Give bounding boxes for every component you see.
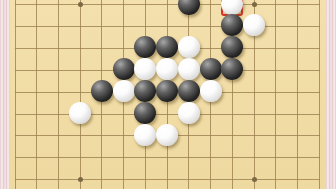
grid-vline: [275, 0, 276, 189]
grid-vline: [58, 0, 59, 189]
white-stone: [113, 80, 135, 102]
white-stone: [178, 102, 200, 124]
grid-hline: [15, 157, 320, 158]
grid-vline: [36, 0, 37, 189]
white-stone: [69, 102, 91, 124]
star-point: [78, 177, 83, 182]
grid-vline: [319, 0, 320, 189]
black-stone: [178, 80, 200, 102]
white-stone: [243, 14, 265, 36]
white-stone: [178, 58, 200, 80]
black-stone: [156, 80, 178, 102]
black-stone: [91, 80, 113, 102]
black-stone: [113, 58, 135, 80]
white-stone: [200, 80, 222, 102]
star-point: [78, 2, 83, 7]
black-stone: [134, 80, 156, 102]
black-stone: [156, 36, 178, 58]
white-stone: [156, 124, 178, 146]
white-stone: [156, 58, 178, 80]
grid-vline: [15, 0, 16, 189]
black-stone: [221, 14, 243, 36]
white-stone: [178, 36, 200, 58]
black-stone: [200, 58, 222, 80]
black-stone: [134, 102, 156, 124]
grid-hline: [15, 26, 320, 27]
page-margin-right: [326, 0, 336, 189]
grid-hline: [15, 4, 320, 5]
grid-hline: [15, 114, 320, 115]
black-stone: [221, 36, 243, 58]
grid-hline: [15, 179, 320, 180]
black-stone: [178, 0, 200, 15]
grid-vline: [297, 0, 298, 189]
gomoku-board[interactable]: [10, 0, 326, 189]
star-point: [252, 2, 257, 7]
grid-vline: [80, 0, 81, 189]
black-stone: [134, 36, 156, 58]
black-stone: [221, 58, 243, 80]
star-point: [252, 177, 257, 182]
page-margin-left: [0, 0, 10, 189]
game-screen: [0, 0, 336, 189]
white-stone: [134, 124, 156, 146]
white-stone: [134, 58, 156, 80]
